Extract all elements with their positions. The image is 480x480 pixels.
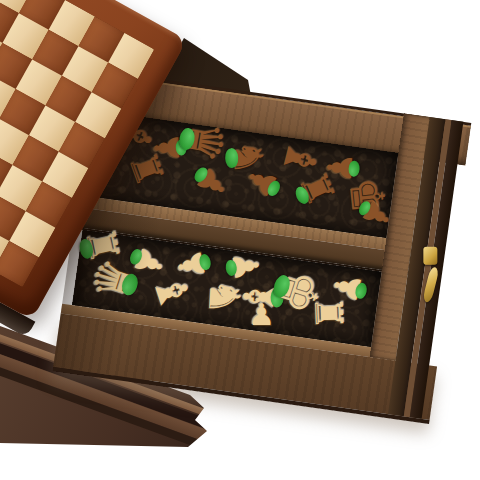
pawn-glyph: ♟ [248,300,275,330]
latch-hook [422,266,439,303]
light-pawn: ♟ [248,300,275,330]
felt-pad [225,148,238,168]
brass-latch [417,247,443,309]
chess-set-photo: ♟♝♜♟♛♟♞♟♝♜♟♚♟ ♜♛♟♝♟♞♟♝♚♟♜♟ [0,0,480,480]
latch-plate [423,247,437,265]
